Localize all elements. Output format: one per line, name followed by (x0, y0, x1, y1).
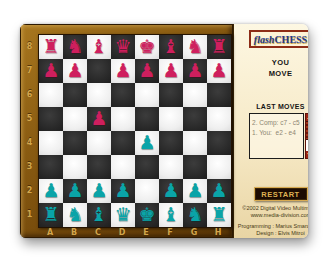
square-g1[interactable]: ♞ (183, 203, 207, 227)
square-h5[interactable] (207, 107, 231, 131)
file-label-c: C (86, 226, 110, 238)
restart-button[interactable]: RESTART (254, 187, 308, 201)
square-b7[interactable]: ♟ (63, 59, 87, 83)
square-h1[interactable]: ♜ (207, 203, 231, 227)
credits-line-2: www.media-division.com (242, 212, 308, 219)
square-g2[interactable]: ♟ (183, 179, 207, 203)
square-a6[interactable] (39, 83, 63, 107)
credits-line-1: ©2002 Digital Video Multimedia (242, 205, 308, 212)
credits-authors: Programming : Marius Smarandoiu Design :… (238, 223, 308, 237)
file-label-g: G (182, 226, 206, 238)
square-a2[interactable]: ♟ (39, 179, 63, 203)
square-d5[interactable] (111, 107, 135, 131)
square-h7[interactable]: ♟ (207, 59, 231, 83)
square-c4[interactable] (87, 131, 111, 155)
black-knight[interactable]: ♞ (63, 35, 87, 58)
square-h6[interactable] (207, 83, 231, 107)
square-g3[interactable] (183, 155, 207, 179)
square-d6[interactable] (111, 83, 135, 107)
white-king[interactable]: ♚ (135, 203, 159, 226)
white-pawn[interactable]: ♟ (135, 131, 159, 154)
square-b3[interactable] (63, 155, 87, 179)
square-d3[interactable] (111, 155, 135, 179)
square-d8[interactable]: ♛ (111, 35, 135, 59)
logo-caps-part: CHESS (274, 34, 307, 45)
white-pawn[interactable]: ♟ (39, 179, 63, 202)
file-label-a: A (38, 226, 62, 238)
square-f8[interactable]: ♝ (159, 35, 183, 59)
square-c1[interactable]: ♝ (87, 203, 111, 227)
black-knight[interactable]: ♞ (183, 35, 207, 58)
square-d1[interactable]: ♛ (111, 203, 135, 227)
square-a4[interactable] (39, 131, 63, 155)
square-c2[interactable]: ♟ (87, 179, 111, 203)
move-entry-1: 1. You: e2 - e4 (252, 128, 301, 138)
rank-label-4: 4 (23, 130, 36, 154)
square-g8[interactable]: ♞ (183, 35, 207, 59)
rank-label-7: 7 (23, 58, 36, 82)
file-label-h: H (206, 226, 230, 238)
black-pawn[interactable]: ♟ (207, 59, 231, 82)
square-f3[interactable] (159, 155, 183, 179)
last-moves-title: LAST MOVES (256, 103, 305, 110)
arrow-up-icon (307, 116, 308, 119)
square-h4[interactable] (207, 131, 231, 155)
white-pawn[interactable]: ♟ (159, 179, 183, 202)
sidebar: flashCHESS YOU MOVE LAST MOVES 2. Comp: … (233, 24, 308, 238)
white-bishop[interactable]: ♝ (87, 203, 111, 226)
rank-label-1: 1 (23, 202, 36, 226)
white-knight[interactable]: ♞ (63, 203, 87, 226)
rank-label-2: 2 (23, 178, 36, 202)
scrollbar-track[interactable] (306, 140, 308, 151)
black-bishop[interactable]: ♝ (87, 35, 111, 58)
black-bishop[interactable]: ♝ (159, 35, 183, 58)
rank-labels: 87654321 (23, 34, 36, 226)
square-f2[interactable]: ♟ (159, 179, 183, 203)
square-e3[interactable] (135, 155, 159, 179)
square-g5[interactable] (183, 107, 207, 131)
square-c5[interactable]: ♟ (87, 107, 111, 131)
black-pawn[interactable]: ♟ (111, 59, 135, 82)
square-f7[interactable]: ♟ (159, 59, 183, 83)
square-e8[interactable]: ♚ (135, 35, 159, 59)
square-b4[interactable] (63, 131, 87, 155)
square-b2[interactable]: ♟ (63, 179, 87, 203)
moves-list: 2. Comp: c7 - c51. You: e2 - e4 (249, 113, 304, 159)
square-g4[interactable] (183, 131, 207, 155)
white-pawn[interactable]: ♟ (111, 179, 135, 202)
moves-scrollbar[interactable] (305, 113, 308, 159)
square-f4[interactable] (159, 131, 183, 155)
white-pawn[interactable]: ♟ (87, 179, 111, 202)
file-label-e: E (134, 226, 158, 238)
square-a1[interactable]: ♜ (39, 203, 63, 227)
rank-label-3: 3 (23, 154, 36, 178)
turn-indicator: YOU MOVE (269, 58, 293, 79)
scroll-down-button[interactable] (306, 151, 308, 158)
file-label-d: D (110, 226, 134, 238)
square-c6[interactable] (87, 83, 111, 107)
square-e7[interactable]: ♟ (135, 59, 159, 83)
chess-board[interactable]: ♜♞♝♛♚♝♞♜♟♟♟♟♟♟♟♟♟♟♟♟♟♟♟♟♜♞♝♛♚♝♞♜ (38, 34, 232, 228)
black-pawn[interactable]: ♟ (159, 59, 183, 82)
square-f1[interactable]: ♝ (159, 203, 183, 227)
move-entry-0: 2. Comp: c7 - c5 (252, 118, 301, 128)
black-pawn[interactable]: ♟ (87, 107, 111, 130)
square-b5[interactable] (63, 107, 87, 131)
square-f5[interactable] (159, 107, 183, 131)
black-rook[interactable]: ♜ (39, 35, 63, 58)
file-label-f: F (158, 226, 182, 238)
square-b8[interactable]: ♞ (63, 35, 87, 59)
scrollbar-thumb[interactable] (306, 121, 308, 140)
white-queen[interactable]: ♛ (111, 203, 135, 226)
square-d2[interactable]: ♟ (111, 179, 135, 203)
square-c7[interactable] (87, 59, 111, 83)
rank-label-8: 8 (23, 34, 36, 58)
square-c3[interactable] (87, 155, 111, 179)
moves-row: 2. Comp: c7 - c51. You: e2 - e4 (249, 113, 308, 159)
square-b1[interactable]: ♞ (63, 203, 87, 227)
white-rook[interactable]: ♜ (207, 203, 231, 226)
square-e4[interactable]: ♟ (135, 131, 159, 155)
square-g6[interactable] (183, 83, 207, 107)
black-pawn[interactable]: ♟ (135, 59, 159, 82)
flashchess-logo: flashCHESS (249, 30, 308, 48)
square-h2[interactable]: ♟ (207, 179, 231, 203)
square-h3[interactable] (207, 155, 231, 179)
credits-copyright: ©2002 Digital Video Multimedia www.media… (242, 205, 308, 219)
white-pawn[interactable]: ♟ (207, 179, 231, 202)
rank-label-6: 6 (23, 82, 36, 106)
black-pawn[interactable]: ♟ (183, 59, 207, 82)
black-pawn[interactable]: ♟ (63, 59, 87, 82)
square-f6[interactable] (159, 83, 183, 107)
square-a5[interactable] (39, 107, 63, 131)
rank-label-5: 5 (23, 106, 36, 130)
arrow-down-icon (307, 153, 308, 156)
credits-line-3: Programming : Marius Smarandoiu (238, 223, 308, 230)
black-rook[interactable]: ♜ (207, 35, 231, 58)
white-bishop[interactable]: ♝ (159, 203, 183, 226)
square-e6[interactable] (135, 83, 159, 107)
page: 87654321 ♜♞♝♛♚♝♞♜♟♟♟♟♟♟♟♟♟♟♟♟♟♟♟♟♜♞♝♛♚♝♞… (0, 0, 329, 264)
square-h8[interactable]: ♜ (207, 35, 231, 59)
black-king[interactable]: ♚ (135, 35, 159, 58)
square-e1[interactable]: ♚ (135, 203, 159, 227)
square-c8[interactable]: ♝ (87, 35, 111, 59)
square-e5[interactable] (135, 107, 159, 131)
square-e2[interactable] (135, 179, 159, 203)
logo-script-part: flash (254, 34, 275, 45)
square-d7[interactable]: ♟ (111, 59, 135, 83)
white-pawn[interactable]: ♟ (183, 179, 207, 202)
white-knight[interactable]: ♞ (183, 203, 207, 226)
square-a7[interactable]: ♟ (39, 59, 63, 83)
square-b6[interactable] (63, 83, 87, 107)
square-g7[interactable]: ♟ (183, 59, 207, 83)
white-pawn[interactable]: ♟ (63, 179, 87, 202)
square-d4[interactable] (111, 131, 135, 155)
credits-line-4: Design : Elvis Mitroi (238, 230, 308, 237)
flashchess-window: 87654321 ♜♞♝♛♚♝♞♜♟♟♟♟♟♟♟♟♟♟♟♟♟♟♟♟♜♞♝♛♚♝♞… (20, 24, 308, 238)
file-label-b: B (62, 226, 86, 238)
white-rook[interactable]: ♜ (39, 203, 63, 226)
square-a8[interactable]: ♜ (39, 35, 63, 59)
scroll-up-button[interactable] (306, 114, 308, 121)
file-labels: ABCDEFGH (38, 226, 230, 238)
black-pawn[interactable]: ♟ (39, 59, 63, 82)
black-queen[interactable]: ♛ (111, 35, 135, 58)
board-frame: 87654321 ♜♞♝♛♚♝♞♜♟♟♟♟♟♟♟♟♟♟♟♟♟♟♟♟♜♞♝♛♚♝♞… (20, 24, 233, 238)
logo-text: flashCHESS (254, 34, 307, 45)
square-a3[interactable] (39, 155, 63, 179)
